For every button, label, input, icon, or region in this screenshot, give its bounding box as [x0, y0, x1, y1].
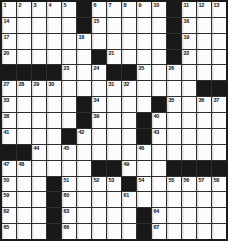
white-cell-r1c11[interactable]: 10: [152, 2, 166, 17]
clue-number: 23: [64, 65, 70, 71]
white-cell-r8c7[interactable]: 39: [92, 113, 106, 128]
black-cell-r7c6: [77, 97, 91, 112]
white-cell-r9c11[interactable]: 43: [152, 129, 166, 144]
white-cell-r11c3[interactable]: [32, 161, 46, 176]
white-cell-r13c12[interactable]: [167, 192, 181, 207]
white-cell-r2c1[interactable]: 14: [2, 18, 16, 33]
white-cell-r8c5[interactable]: [62, 113, 76, 128]
clue-number: 19: [184, 34, 190, 40]
white-cell-r3c7[interactable]: [92, 34, 106, 49]
white-cell-r6c8[interactable]: 31: [107, 81, 121, 96]
clue-number: 39: [94, 113, 100, 119]
white-cell-r5c12[interactable]: 26: [167, 65, 181, 80]
white-cell-r3c3[interactable]: [32, 34, 46, 49]
white-cell-r6c5[interactable]: [62, 81, 76, 96]
white-cell-r13c14[interactable]: [197, 192, 211, 207]
clue-number: 58: [214, 177, 220, 183]
white-cell-r11c5[interactable]: [62, 161, 76, 176]
white-cell-r3c6[interactable]: 18: [77, 34, 91, 49]
black-cell-r12c9: [122, 177, 136, 192]
white-cell-r7c12[interactable]: 35: [167, 97, 181, 112]
clue-number: 50: [4, 177, 10, 183]
white-cell-r13c7[interactable]: [92, 192, 106, 207]
white-cell-r1c7[interactable]: 6: [92, 2, 106, 17]
clue-number: 16: [184, 18, 190, 24]
black-cell-r3c12: [167, 34, 181, 49]
white-cell-r1c1[interactable]: 1: [2, 2, 16, 17]
white-cell-r10c4[interactable]: [47, 145, 61, 160]
white-cell-r12c1[interactable]: 50: [2, 177, 16, 192]
black-cell-r5c3: [32, 65, 46, 80]
clue-number: 49: [124, 161, 130, 167]
white-cell-r1c13[interactable]: 11: [182, 2, 196, 17]
white-cell-r6c12[interactable]: [167, 81, 181, 96]
white-cell-r8c14[interactable]: [197, 113, 211, 128]
white-cell-r6c9[interactable]: 32: [122, 81, 136, 96]
clue-number: 46: [139, 145, 145, 151]
white-cell-r7c3[interactable]: [32, 97, 46, 112]
black-cell-r9c5: [62, 129, 76, 144]
white-cell-r1c10[interactable]: 9: [137, 2, 151, 17]
white-cell-r2c15[interactable]: [212, 18, 226, 33]
black-cell-r4c12: [167, 50, 181, 65]
white-cell-r2c11[interactable]: [152, 18, 166, 33]
white-cell-r1c5[interactable]: 5: [62, 2, 76, 17]
white-cell-r15c5[interactable]: 66: [62, 224, 76, 239]
white-cell-r15c9[interactable]: [122, 224, 136, 239]
white-cell-r8c12[interactable]: [167, 113, 181, 128]
white-cell-r4c4[interactable]: [47, 50, 61, 65]
white-cell-r10c9[interactable]: [122, 145, 136, 160]
clue-number: 15: [94, 18, 100, 24]
clue-number: 53: [109, 177, 115, 183]
clue-number: 12: [199, 2, 205, 8]
white-cell-r10c7[interactable]: [92, 145, 106, 160]
black-cell-r13c4: [47, 192, 61, 207]
white-cell-r12c7[interactable]: 52: [92, 177, 106, 192]
black-cell-r11c7: [92, 161, 106, 176]
clue-number: 28: [19, 81, 25, 87]
white-cell-r3c2[interactable]: [17, 34, 31, 49]
white-cell-r15c3[interactable]: [32, 224, 46, 239]
white-cell-r1c4[interactable]: 4: [47, 2, 61, 17]
clue-number: 30: [49, 81, 55, 87]
clue-number: 27: [4, 81, 10, 87]
white-cell-r4c13[interactable]: 22: [182, 50, 196, 65]
clue-number: 40: [154, 113, 160, 119]
white-cell-r13c13[interactable]: [182, 192, 196, 207]
white-cell-r11c1[interactable]: 47: [2, 161, 16, 176]
clue-number: 11: [184, 2, 189, 8]
white-cell-r9c4[interactable]: [47, 129, 61, 144]
black-cell-r11c8: [107, 161, 121, 176]
white-cell-r10c6[interactable]: [77, 145, 91, 160]
white-cell-r1c15[interactable]: 13: [212, 2, 226, 17]
white-cell-r7c8[interactable]: [107, 97, 121, 112]
white-cell-r2c13[interactable]: 16: [182, 18, 196, 33]
white-cell-r4c1[interactable]: 20: [2, 50, 16, 65]
white-cell-r9c9[interactable]: [122, 129, 136, 144]
white-cell-r9c6[interactable]: 42: [77, 129, 91, 144]
crossword-grid: 1234567891011121314151617181920212223242…: [0, 0, 228, 241]
clue-number: 42: [79, 129, 85, 135]
white-cell-r8c8[interactable]: [107, 113, 121, 128]
white-cell-r14c5[interactable]: 63: [62, 208, 76, 223]
white-cell-r14c15[interactable]: [212, 208, 226, 223]
white-cell-r1c8[interactable]: 7: [107, 2, 121, 17]
white-cell-r4c3[interactable]: [32, 50, 46, 65]
white-cell-r14c1[interactable]: 62: [2, 208, 16, 223]
white-cell-r7c13[interactable]: [182, 97, 196, 112]
white-cell-r8c1[interactable]: 38: [2, 113, 16, 128]
black-cell-r5c2: [17, 65, 31, 80]
white-cell-r12c14[interactable]: 57: [197, 177, 211, 192]
white-cell-r13c8[interactable]: [107, 192, 121, 207]
white-cell-r7c10[interactable]: [137, 97, 151, 112]
white-cell-r11c4[interactable]: [47, 161, 61, 176]
black-cell-r5c8: [107, 65, 121, 80]
clue-number: 3: [34, 2, 37, 8]
white-cell-r6c10[interactable]: [137, 81, 151, 96]
black-cell-r14c4: [47, 208, 61, 223]
white-cell-r5c7[interactable]: 24: [92, 65, 106, 80]
white-cell-r3c5[interactable]: [62, 34, 76, 49]
white-cell-r7c7[interactable]: 34: [92, 97, 106, 112]
clue-number: 43: [154, 129, 160, 135]
white-cell-r14c9[interactable]: [122, 208, 136, 223]
black-cell-r2c6: [77, 18, 91, 33]
clue-number: 33: [4, 97, 10, 103]
black-cell-r7c11: [152, 97, 166, 112]
white-cell-r2c4[interactable]: [47, 18, 61, 33]
black-cell-r5c9: [122, 65, 136, 80]
clue-number: 24: [94, 65, 100, 71]
white-cell-r7c1[interactable]: 33: [2, 97, 16, 112]
black-cell-r5c1: [2, 65, 16, 80]
white-cell-r11c2[interactable]: 48: [17, 161, 31, 176]
white-cell-r15c13[interactable]: [182, 224, 196, 239]
white-cell-r3c14[interactable]: [197, 34, 211, 49]
white-cell-r4c10[interactable]: [137, 50, 151, 65]
black-cell-r11c13: [182, 161, 196, 176]
black-cell-r10c2: [17, 145, 31, 160]
white-cell-r7c2[interactable]: [17, 97, 31, 112]
white-cell-r12c10[interactable]: 54: [137, 177, 151, 192]
white-cell-r3c1[interactable]: 17: [2, 34, 16, 49]
black-cell-r6c15: [212, 81, 226, 96]
clue-number: 4: [49, 2, 52, 8]
clue-number: 5: [64, 2, 67, 8]
black-cell-r11c14: [197, 161, 211, 176]
white-cell-r8c2[interactable]: [17, 113, 31, 128]
white-cell-r11c10[interactable]: [137, 161, 151, 176]
white-cell-r7c15[interactable]: 37: [212, 97, 226, 112]
white-cell-r1c2[interactable]: 2: [17, 2, 31, 17]
white-cell-r4c14[interactable]: [197, 50, 211, 65]
clue-number: 56: [184, 177, 190, 183]
white-cell-r15c7[interactable]: [92, 224, 106, 239]
white-cell-r2c10[interactable]: [137, 18, 151, 33]
white-cell-r1c9[interactable]: 8: [122, 2, 136, 17]
white-cell-r13c9[interactable]: 61: [122, 192, 136, 207]
white-cell-r3c4[interactable]: [47, 34, 61, 49]
clue-number: 57: [199, 177, 205, 183]
clue-number: 21: [109, 50, 115, 56]
black-cell-r11c15: [212, 161, 226, 176]
white-cell-r5c11[interactable]: [152, 65, 166, 80]
white-cell-r13c3[interactable]: [32, 192, 46, 207]
white-cell-r6c2[interactable]: 28: [17, 81, 31, 96]
white-cell-r9c1[interactable]: 41: [2, 129, 16, 144]
clue-number: 34: [94, 97, 100, 103]
white-cell-r2c3[interactable]: [32, 18, 46, 33]
clue-number: 62: [4, 208, 10, 214]
white-cell-r14c12[interactable]: [167, 208, 181, 223]
white-cell-r12c12[interactable]: 55: [167, 177, 181, 192]
black-cell-r1c12: [167, 2, 181, 17]
white-cell-r10c15[interactable]: [212, 145, 226, 160]
clue-number: 14: [4, 18, 10, 24]
clue-number: 48: [19, 161, 25, 167]
black-cell-r15c4: [47, 224, 61, 239]
white-cell-r13c15[interactable]: [212, 192, 226, 207]
white-cell-r2c5[interactable]: [62, 18, 76, 33]
clue-number: 20: [4, 50, 10, 56]
white-cell-r14c7[interactable]: [92, 208, 106, 223]
white-cell-r10c11[interactable]: [152, 145, 166, 160]
white-cell-r7c5[interactable]: [62, 97, 76, 112]
clue-number: 44: [34, 145, 40, 151]
white-cell-r8c4[interactable]: [47, 113, 61, 128]
white-cell-r10c5[interactable]: 45: [62, 145, 76, 160]
white-cell-r3c10[interactable]: [137, 34, 151, 49]
clue-number: 10: [154, 2, 160, 8]
clue-number: 63: [64, 208, 70, 214]
white-cell-r12c11[interactable]: [152, 177, 166, 192]
clue-number: 61: [124, 192, 130, 198]
clue-number: 66: [64, 224, 70, 230]
white-cell-r9c7[interactable]: [92, 129, 106, 144]
clue-number: 32: [124, 81, 130, 87]
black-cell-r8c6: [77, 113, 91, 128]
white-cell-r9c8[interactable]: [107, 129, 121, 144]
white-cell-r10c13[interactable]: [182, 145, 196, 160]
white-cell-r6c1[interactable]: 27: [2, 81, 16, 96]
white-cell-r15c1[interactable]: 65: [2, 224, 16, 239]
white-cell-r6c3[interactable]: 29: [32, 81, 46, 96]
white-cell-r12c6[interactable]: [77, 177, 91, 192]
white-cell-r6c13[interactable]: [182, 81, 196, 96]
white-cell-r14c2[interactable]: [17, 208, 31, 223]
white-cell-r13c5[interactable]: 60: [62, 192, 76, 207]
white-cell-r1c14[interactable]: 12: [197, 2, 211, 17]
white-cell-r3c11[interactable]: [152, 34, 166, 49]
white-cell-r14c13[interactable]: [182, 208, 196, 223]
clue-number: 8: [124, 2, 127, 8]
clue-number: 2: [19, 2, 22, 8]
white-cell-r10c12[interactable]: [167, 145, 181, 160]
white-cell-r12c8[interactable]: 53: [107, 177, 121, 192]
white-cell-r6c7[interactable]: [92, 81, 106, 96]
white-cell-r4c9[interactable]: [122, 50, 136, 65]
white-cell-r13c10[interactable]: [137, 192, 151, 207]
clue-number: 37: [214, 97, 220, 103]
white-cell-r14c11[interactable]: 64: [152, 208, 166, 223]
white-cell-r1c3[interactable]: 3: [32, 2, 46, 17]
white-cell-r9c3[interactable]: [32, 129, 46, 144]
white-cell-r9c14[interactable]: [197, 129, 211, 144]
clue-number: 13: [214, 2, 220, 8]
white-cell-r5c13[interactable]: [182, 65, 196, 80]
white-cell-r15c14[interactable]: [197, 224, 211, 239]
clue-number: 60: [64, 192, 70, 198]
clue-number: 36: [199, 97, 205, 103]
white-cell-r9c12[interactable]: [167, 129, 181, 144]
white-cell-r10c10[interactable]: 46: [137, 145, 151, 160]
white-cell-r3c9[interactable]: [122, 34, 136, 49]
white-cell-r14c8[interactable]: [107, 208, 121, 223]
black-cell-r6c14: [197, 81, 211, 96]
black-cell-r8c10: [137, 113, 151, 128]
white-cell-r3c15[interactable]: [212, 34, 226, 49]
white-cell-r5c5[interactable]: 23: [62, 65, 76, 80]
white-cell-r4c6[interactable]: [77, 50, 91, 65]
white-cell-r13c2[interactable]: [17, 192, 31, 207]
white-cell-r13c1[interactable]: 59: [2, 192, 16, 207]
clue-number: 65: [4, 224, 10, 230]
white-cell-r2c2[interactable]: [17, 18, 31, 33]
clue-number: 67: [154, 224, 160, 230]
white-cell-r15c6[interactable]: [77, 224, 91, 239]
white-cell-r7c14[interactable]: 36: [197, 97, 211, 112]
clue-number: 47: [4, 161, 10, 167]
clue-number: 9: [139, 2, 142, 8]
white-cell-r2c8[interactable]: [107, 18, 121, 33]
black-cell-r11c12: [167, 161, 181, 176]
black-cell-r9c10: [137, 129, 151, 144]
clue-number: 55: [169, 177, 175, 183]
white-cell-r11c11[interactable]: [152, 161, 166, 176]
clue-number: 26: [169, 65, 175, 71]
white-cell-r4c2[interactable]: [17, 50, 31, 65]
white-cell-r12c3[interactable]: [32, 177, 46, 192]
white-cell-r8c13[interactable]: [182, 113, 196, 128]
white-cell-r11c9[interactable]: 49: [122, 161, 136, 176]
white-cell-r14c14[interactable]: [197, 208, 211, 223]
clue-number: 38: [4, 113, 10, 119]
clue-number: 17: [4, 34, 10, 40]
white-cell-r14c3[interactable]: [32, 208, 46, 223]
clue-number: 1: [4, 2, 7, 8]
white-cell-r3c8[interactable]: [107, 34, 121, 49]
white-cell-r5c10[interactable]: 25: [137, 65, 151, 80]
white-cell-r14c6[interactable]: [77, 208, 91, 223]
white-cell-r4c5[interactable]: [62, 50, 76, 65]
clue-number: 31: [109, 81, 115, 87]
white-cell-r4c15[interactable]: [212, 50, 226, 65]
white-cell-r2c14[interactable]: [197, 18, 211, 33]
clue-number: 41: [4, 129, 10, 135]
white-cell-r11c6[interactable]: [77, 161, 91, 176]
black-cell-r1c6: [77, 2, 91, 17]
black-cell-r12c4: [47, 177, 61, 192]
clue-number: 7: [109, 2, 112, 8]
white-cell-r13c6[interactable]: [77, 192, 91, 207]
clue-number: 64: [154, 208, 160, 214]
black-cell-r5c4: [47, 65, 61, 80]
clue-number: 54: [139, 177, 145, 183]
black-cell-r10c1: [2, 145, 16, 160]
clue-number: 6: [94, 2, 97, 8]
white-cell-r10c14[interactable]: [197, 145, 211, 160]
white-cell-r15c12[interactable]: [167, 224, 181, 239]
white-cell-r2c9[interactable]: [122, 18, 136, 33]
clue-number: 25: [139, 65, 145, 71]
white-cell-r10c3[interactable]: 44: [32, 145, 46, 160]
white-cell-r15c8[interactable]: [107, 224, 121, 239]
white-cell-r3c13[interactable]: 19: [182, 34, 196, 49]
white-cell-r12c15[interactable]: 58: [212, 177, 226, 192]
clue-number: 18: [79, 34, 85, 40]
white-cell-r15c2[interactable]: [17, 224, 31, 239]
black-cell-r2c12: [167, 18, 181, 33]
white-cell-r8c15[interactable]: [212, 113, 226, 128]
white-cell-r9c13[interactable]: [182, 129, 196, 144]
clue-number: 22: [184, 50, 190, 56]
black-cell-r15c10: [137, 224, 151, 239]
white-cell-r7c9[interactable]: [122, 97, 136, 112]
black-cell-r14c10: [137, 208, 151, 223]
white-cell-r4c11[interactable]: [152, 50, 166, 65]
white-cell-r9c2[interactable]: [17, 129, 31, 144]
white-cell-r6c4[interactable]: 30: [47, 81, 61, 96]
white-cell-r15c15[interactable]: [212, 224, 226, 239]
white-cell-r7c4[interactable]: [47, 97, 61, 112]
white-cell-r4c8[interactable]: 21: [107, 50, 121, 65]
white-cell-r12c13[interactable]: 56: [182, 177, 196, 192]
white-cell-r8c3[interactable]: [32, 113, 46, 128]
white-cell-r6c6[interactable]: [77, 81, 91, 96]
clue-number: 35: [169, 97, 175, 103]
white-cell-r5c14[interactable]: [197, 65, 211, 80]
black-cell-r4c7: [92, 50, 106, 65]
clue-number: 52: [94, 177, 100, 183]
white-cell-r6c11[interactable]: [152, 81, 166, 96]
white-cell-r10c8[interactable]: [107, 145, 121, 160]
white-cell-r13c11[interactable]: [152, 192, 166, 207]
white-cell-r2c7[interactable]: 15: [92, 18, 106, 33]
clue-number: 45: [64, 145, 70, 151]
white-cell-r5c15[interactable]: [212, 65, 226, 80]
white-cell-r9c15[interactable]: [212, 129, 226, 144]
white-cell-r5c6[interactable]: [77, 65, 91, 80]
clue-number: 59: [4, 192, 10, 198]
clue-number: 51: [64, 177, 70, 183]
white-cell-r12c2[interactable]: [17, 177, 31, 192]
white-cell-r15c11[interactable]: 67: [152, 224, 166, 239]
clue-number: 29: [34, 81, 40, 87]
white-cell-r8c11[interactable]: 40: [152, 113, 166, 128]
white-cell-r8c9[interactable]: [122, 113, 136, 128]
white-cell-r12c5[interactable]: 51: [62, 177, 76, 192]
